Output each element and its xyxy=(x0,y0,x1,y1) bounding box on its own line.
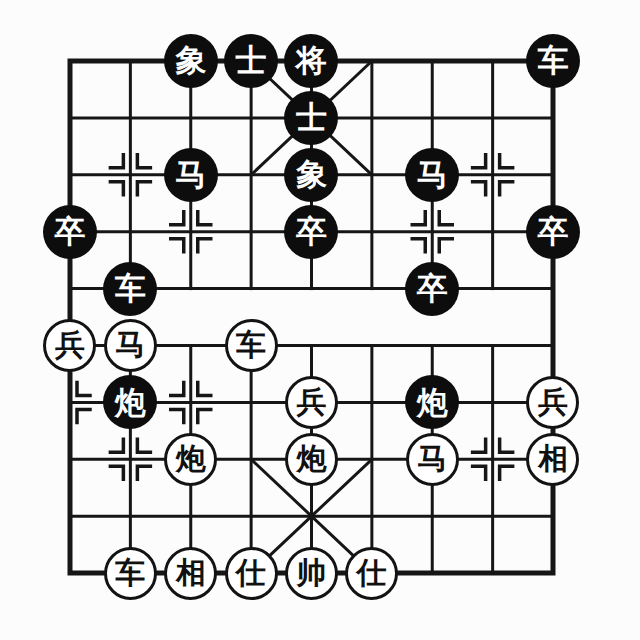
piece-red-chariot[interactable]: 车 xyxy=(225,319,278,372)
piece-red-cannon[interactable]: 炮 xyxy=(285,433,338,486)
piece-black-advisor[interactable]: 士 xyxy=(224,34,278,88)
piece-grid: 象士将车士马象马卒卒卒车卒炮炮兵马车兵兵炮炮马相车相仕帅仕 xyxy=(40,33,583,602)
piece-red-advisor[interactable]: 仕 xyxy=(225,547,278,600)
piece-black-chariot[interactable]: 车 xyxy=(526,34,580,88)
piece-black-horse[interactable]: 马 xyxy=(164,148,218,202)
piece-red-chariot[interactable]: 车 xyxy=(104,547,157,600)
piece-black-soldier[interactable]: 卒 xyxy=(284,205,338,259)
piece-black-soldier[interactable]: 卒 xyxy=(526,205,580,259)
piece-red-advisor[interactable]: 仕 xyxy=(345,547,398,600)
piece-black-elephant[interactable]: 象 xyxy=(284,148,338,202)
piece-black-soldier[interactable]: 卒 xyxy=(405,262,459,316)
piece-black-horse[interactable]: 马 xyxy=(405,148,459,202)
piece-red-soldier[interactable]: 兵 xyxy=(43,319,96,372)
piece-black-advisor[interactable]: 士 xyxy=(284,91,338,145)
piece-red-cannon[interactable]: 炮 xyxy=(164,433,217,486)
piece-red-elephant[interactable]: 相 xyxy=(526,433,579,486)
piece-black-elephant[interactable]: 象 xyxy=(164,34,218,88)
page: 象士将车士马象马卒卒卒车卒炮炮兵马车兵兵炮炮马相车相仕帅仕 xyxy=(0,0,640,640)
piece-black-cannon[interactable]: 炮 xyxy=(405,375,459,429)
piece-red-soldier[interactable]: 兵 xyxy=(526,376,579,429)
piece-black-general[interactable]: 将 xyxy=(284,34,338,88)
piece-red-elephant[interactable]: 相 xyxy=(164,547,217,600)
piece-red-soldier[interactable]: 兵 xyxy=(285,376,338,429)
piece-black-cannon[interactable]: 炮 xyxy=(103,375,157,429)
xiangqi-board: 象士将车士马象马卒卒卒车卒炮炮兵马车兵兵炮炮马相车相仕帅仕 xyxy=(0,0,640,640)
piece-black-soldier[interactable]: 卒 xyxy=(43,205,97,259)
piece-red-horse[interactable]: 马 xyxy=(406,433,459,486)
piece-red-general[interactable]: 帅 xyxy=(285,547,338,600)
piece-red-horse[interactable]: 马 xyxy=(104,319,157,372)
piece-black-chariot[interactable]: 车 xyxy=(103,262,157,316)
